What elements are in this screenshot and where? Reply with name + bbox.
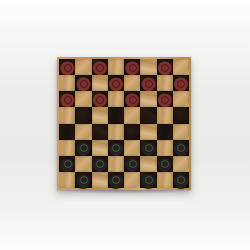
red-piece-glyph: ● — [92, 90, 108, 108]
square-e5[interactable] — [124, 107, 140, 123]
black-piece-glyph: ● — [173, 138, 189, 156]
red-piece[interactable]: ● — [157, 91, 173, 107]
square-d1[interactable]: ● — [108, 172, 124, 188]
square-a8[interactable]: ● — [59, 59, 75, 75]
black-piece-glyph: ● — [59, 154, 75, 172]
black-piece[interactable]: ● — [108, 172, 124, 188]
square-h5[interactable] — [173, 107, 189, 123]
square-g6[interactable]: ● — [157, 91, 173, 107]
square-f3[interactable]: ● — [140, 140, 156, 156]
red-piece-glyph: ● — [92, 58, 108, 76]
black-piece[interactable]: ● — [124, 156, 140, 172]
square-f7[interactable]: ● — [140, 75, 156, 91]
square-d6[interactable] — [108, 91, 124, 107]
black-piece[interactable]: ● — [75, 172, 91, 188]
black-piece[interactable]: ● — [140, 140, 156, 156]
square-h6[interactable] — [173, 91, 189, 107]
black-piece[interactable]: ● — [173, 172, 189, 188]
red-piece[interactable]: ● — [140, 75, 156, 91]
square-c1[interactable] — [92, 172, 108, 188]
product-photo-background: ●●●●●●●●●●●●●●●●●●●●●●●● — [0, 0, 250, 250]
square-b1[interactable]: ● — [75, 172, 91, 188]
black-piece[interactable]: ● — [59, 156, 75, 172]
red-piece[interactable]: ● — [124, 59, 140, 75]
square-a5[interactable] — [59, 107, 75, 123]
red-piece[interactable]: ● — [59, 59, 75, 75]
square-a1[interactable] — [59, 172, 75, 188]
red-piece[interactable]: ● — [59, 91, 75, 107]
square-e6[interactable]: ● — [124, 91, 140, 107]
black-piece[interactable]: ● — [173, 140, 189, 156]
square-g2[interactable]: ● — [157, 156, 173, 172]
red-piece-glyph: ● — [157, 58, 173, 76]
square-a6[interactable]: ● — [59, 91, 75, 107]
black-piece-glyph: ● — [141, 138, 157, 156]
square-e8[interactable]: ● — [124, 59, 140, 75]
black-piece-glyph: ● — [141, 170, 157, 188]
red-piece-glyph: ● — [124, 90, 140, 108]
red-piece-glyph: ● — [157, 90, 173, 108]
checkers-board: ●●●●●●●●●●●●●●●●●●●●●●●● — [59, 59, 189, 188]
square-c8[interactable]: ● — [92, 59, 108, 75]
square-b7[interactable]: ● — [75, 75, 91, 91]
red-piece[interactable]: ● — [108, 75, 124, 91]
red-piece-glyph: ● — [76, 74, 92, 92]
square-e2[interactable]: ● — [124, 156, 140, 172]
board-wooden-edge: ●●●●●●●●●●●●●●●●●●●●●●●● — [57, 57, 191, 190]
square-b6[interactable] — [75, 91, 91, 107]
square-f6[interactable] — [140, 91, 156, 107]
square-f5[interactable] — [140, 107, 156, 123]
red-piece[interactable]: ● — [92, 91, 108, 107]
square-b3[interactable]: ● — [75, 140, 91, 156]
black-piece-glyph: ● — [108, 138, 124, 156]
red-piece[interactable]: ● — [157, 59, 173, 75]
red-piece-glyph: ● — [173, 74, 189, 92]
black-piece-glyph: ● — [157, 154, 173, 172]
square-g5[interactable] — [157, 107, 173, 123]
square-d5[interactable] — [108, 107, 124, 123]
black-piece[interactable]: ● — [108, 140, 124, 156]
square-g4[interactable] — [157, 124, 173, 140]
black-piece-glyph: ● — [76, 138, 92, 156]
square-h1[interactable]: ● — [173, 172, 189, 188]
red-piece-glyph: ● — [141, 74, 157, 92]
red-piece[interactable]: ● — [173, 75, 189, 91]
square-c2[interactable]: ● — [92, 156, 108, 172]
square-e4[interactable] — [124, 124, 140, 140]
square-h3[interactable]: ● — [173, 140, 189, 156]
black-piece-glyph: ● — [124, 154, 140, 172]
red-piece[interactable]: ● — [75, 75, 91, 91]
red-piece-glyph: ● — [124, 58, 140, 76]
black-piece[interactable]: ● — [92, 156, 108, 172]
black-piece-glyph: ● — [76, 170, 92, 188]
black-piece[interactable]: ● — [75, 140, 91, 156]
square-c5[interactable] — [92, 107, 108, 123]
square-d7[interactable]: ● — [108, 75, 124, 91]
black-piece[interactable]: ● — [157, 156, 173, 172]
square-a4[interactable] — [59, 124, 75, 140]
red-piece-glyph: ● — [108, 74, 124, 92]
black-piece-glyph: ● — [92, 154, 108, 172]
square-a2[interactable]: ● — [59, 156, 75, 172]
square-e1[interactable] — [124, 172, 140, 188]
square-c6[interactable]: ● — [92, 91, 108, 107]
square-f1[interactable]: ● — [140, 172, 156, 188]
black-piece-glyph: ● — [108, 170, 124, 188]
square-g8[interactable]: ● — [157, 59, 173, 75]
red-piece-glyph: ● — [59, 90, 75, 108]
red-piece[interactable]: ● — [124, 91, 140, 107]
black-piece[interactable]: ● — [140, 172, 156, 188]
square-g1[interactable] — [157, 172, 173, 188]
red-piece-glyph: ● — [59, 58, 75, 76]
square-c4[interactable] — [92, 124, 108, 140]
square-h7[interactable]: ● — [173, 75, 189, 91]
square-d3[interactable]: ● — [108, 140, 124, 156]
black-piece-glyph: ● — [173, 170, 189, 188]
red-piece[interactable]: ● — [92, 59, 108, 75]
square-b5[interactable] — [75, 107, 91, 123]
